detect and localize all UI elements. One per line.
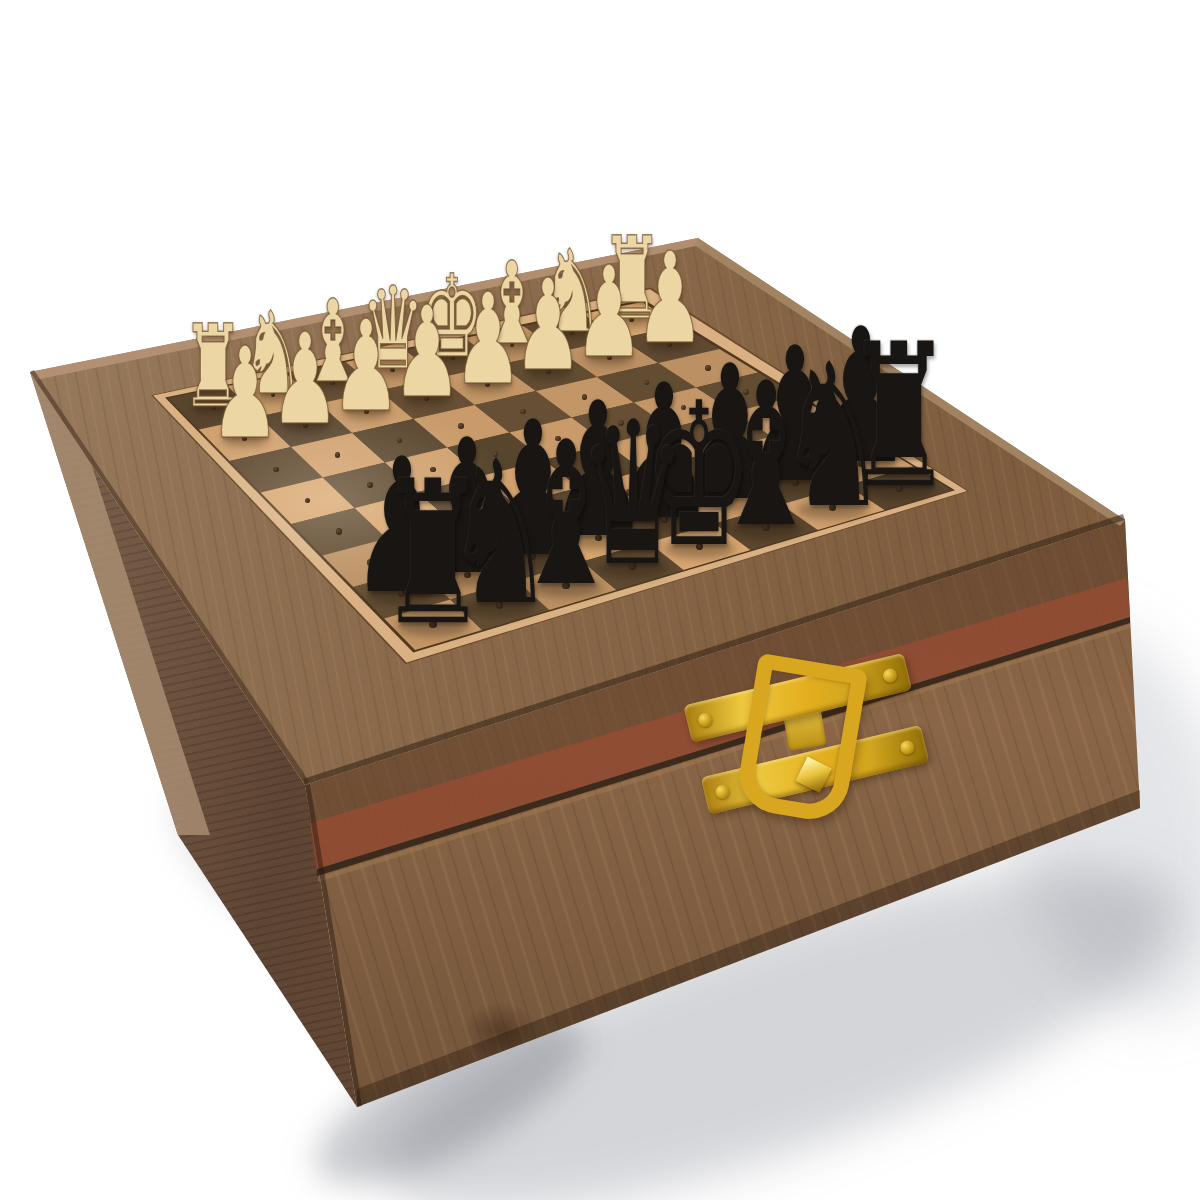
- latch-rivet: [899, 739, 916, 756]
- latch-rivet: [697, 711, 714, 728]
- product-photo-scene: ♜♞♝♛♚♝♞♜♟♟♟♟♟♟♟♟♟♟♟♟♟♟♟♟♜♞♝♛♚♝♞♜: [0, 0, 1200, 1200]
- peg-hole: [273, 467, 278, 472]
- piece-white-pawn-d2: ♟: [392, 290, 462, 416]
- peg-hole: [336, 528, 342, 534]
- piece-white-pawn-a2: ♟: [210, 330, 280, 456]
- piece-white-pawn-c2: ♟: [331, 303, 401, 429]
- latch-hasp-loop: [734, 653, 868, 825]
- piece-white-pawn-b2: ♟: [270, 317, 340, 443]
- latch-rivet: [882, 667, 899, 684]
- latch-rivet: [714, 783, 731, 800]
- piece-black-rook-a8: ♜: [378, 454, 488, 652]
